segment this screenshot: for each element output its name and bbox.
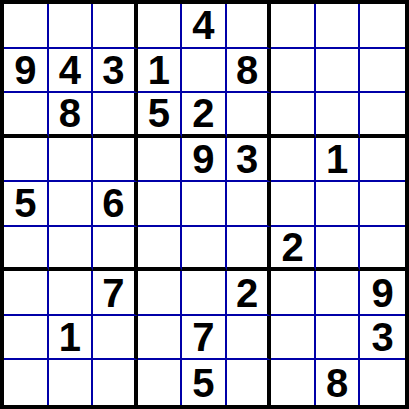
- cell-r8c4[interactable]: [138, 316, 183, 361]
- cell-r8c7[interactable]: [271, 316, 316, 361]
- cell-r9c4[interactable]: [138, 360, 183, 405]
- cell-r2c7[interactable]: [271, 49, 316, 94]
- cell-r8c8[interactable]: [316, 316, 361, 361]
- cell-r7c5[interactable]: [182, 271, 227, 316]
- cell-r2c2[interactable]: 4: [49, 49, 94, 94]
- cell-r2c3[interactable]: 3: [93, 49, 138, 94]
- cell-r4c7[interactable]: [271, 138, 316, 183]
- cell-r6c2[interactable]: [49, 227, 94, 272]
- cell-r5c7[interactable]: [271, 182, 316, 227]
- cell-r9c1[interactable]: [4, 360, 49, 405]
- cell-r2c8[interactable]: [316, 49, 361, 94]
- cell-r8c5[interactable]: 7: [182, 316, 227, 361]
- cell-r8c6[interactable]: [227, 316, 272, 361]
- cell-r5c3[interactable]: 6: [93, 182, 138, 227]
- cell-r4c5[interactable]: 9: [182, 138, 227, 183]
- cell-r3c4[interactable]: 5: [138, 93, 183, 138]
- cell-r2c1[interactable]: 9: [4, 49, 49, 94]
- cell-r7c2[interactable]: [49, 271, 94, 316]
- cell-r9c3[interactable]: [93, 360, 138, 405]
- cell-r1c7[interactable]: [271, 4, 316, 49]
- cell-r1c1[interactable]: [4, 4, 49, 49]
- cell-r6c4[interactable]: [138, 227, 183, 272]
- cell-r4c2[interactable]: [49, 138, 94, 183]
- cell-r5c8[interactable]: [316, 182, 361, 227]
- cell-r3c7[interactable]: [271, 93, 316, 138]
- cell-r1c5[interactable]: 4: [182, 4, 227, 49]
- sudoku-board: 49431885293156272917358: [0, 0, 409, 409]
- cell-r4c4[interactable]: [138, 138, 183, 183]
- cell-r3c9[interactable]: [360, 93, 405, 138]
- cell-r8c2[interactable]: 1: [49, 316, 94, 361]
- cell-r5c9[interactable]: [360, 182, 405, 227]
- cell-r3c5[interactable]: 2: [182, 93, 227, 138]
- cell-r9c9[interactable]: [360, 360, 405, 405]
- cell-r7c6[interactable]: 2: [227, 271, 272, 316]
- cell-r5c6[interactable]: [227, 182, 272, 227]
- cell-r8c9[interactable]: 3: [360, 316, 405, 361]
- cell-r7c7[interactable]: [271, 271, 316, 316]
- cell-r1c9[interactable]: [360, 4, 405, 49]
- cell-r4c6[interactable]: 3: [227, 138, 272, 183]
- cell-r1c2[interactable]: [49, 4, 94, 49]
- cell-r1c4[interactable]: [138, 4, 183, 49]
- cell-r9c2[interactable]: [49, 360, 94, 405]
- cell-r6c9[interactable]: [360, 227, 405, 272]
- cell-r5c2[interactable]: [49, 182, 94, 227]
- cell-r3c3[interactable]: [93, 93, 138, 138]
- cell-r1c3[interactable]: [93, 4, 138, 49]
- cell-r1c8[interactable]: [316, 4, 361, 49]
- cell-r7c8[interactable]: [316, 271, 361, 316]
- cell-r4c8[interactable]: 1: [316, 138, 361, 183]
- cell-r8c3[interactable]: [93, 316, 138, 361]
- cell-r6c8[interactable]: [316, 227, 361, 272]
- cell-r5c4[interactable]: [138, 182, 183, 227]
- cell-r6c5[interactable]: [182, 227, 227, 272]
- cell-r4c9[interactable]: [360, 138, 405, 183]
- cell-r2c5[interactable]: [182, 49, 227, 94]
- cell-r4c3[interactable]: [93, 138, 138, 183]
- cell-r4c1[interactable]: [4, 138, 49, 183]
- cell-r6c6[interactable]: [227, 227, 272, 272]
- cell-r9c6[interactable]: [227, 360, 272, 405]
- cell-r7c4[interactable]: [138, 271, 183, 316]
- cell-r2c6[interactable]: 8: [227, 49, 272, 94]
- cell-r6c7[interactable]: 2: [271, 227, 316, 272]
- cell-r3c2[interactable]: 8: [49, 93, 94, 138]
- cell-r3c8[interactable]: [316, 93, 361, 138]
- cell-r7c9[interactable]: 9: [360, 271, 405, 316]
- cell-r3c6[interactable]: [227, 93, 272, 138]
- cell-r9c7[interactable]: [271, 360, 316, 405]
- cell-r1c6[interactable]: [227, 4, 272, 49]
- cell-r9c8[interactable]: 8: [316, 360, 361, 405]
- cell-r9c5[interactable]: 5: [182, 360, 227, 405]
- cell-r6c3[interactable]: [93, 227, 138, 272]
- cell-r6c1[interactable]: [4, 227, 49, 272]
- cell-r8c1[interactable]: [4, 316, 49, 361]
- cell-r7c1[interactable]: [4, 271, 49, 316]
- cell-r2c4[interactable]: 1: [138, 49, 183, 94]
- cell-r2c9[interactable]: [360, 49, 405, 94]
- cell-r7c3[interactable]: 7: [93, 271, 138, 316]
- cell-r3c1[interactable]: [4, 93, 49, 138]
- cell-r5c1[interactable]: 5: [4, 182, 49, 227]
- cell-r5c5[interactable]: [182, 182, 227, 227]
